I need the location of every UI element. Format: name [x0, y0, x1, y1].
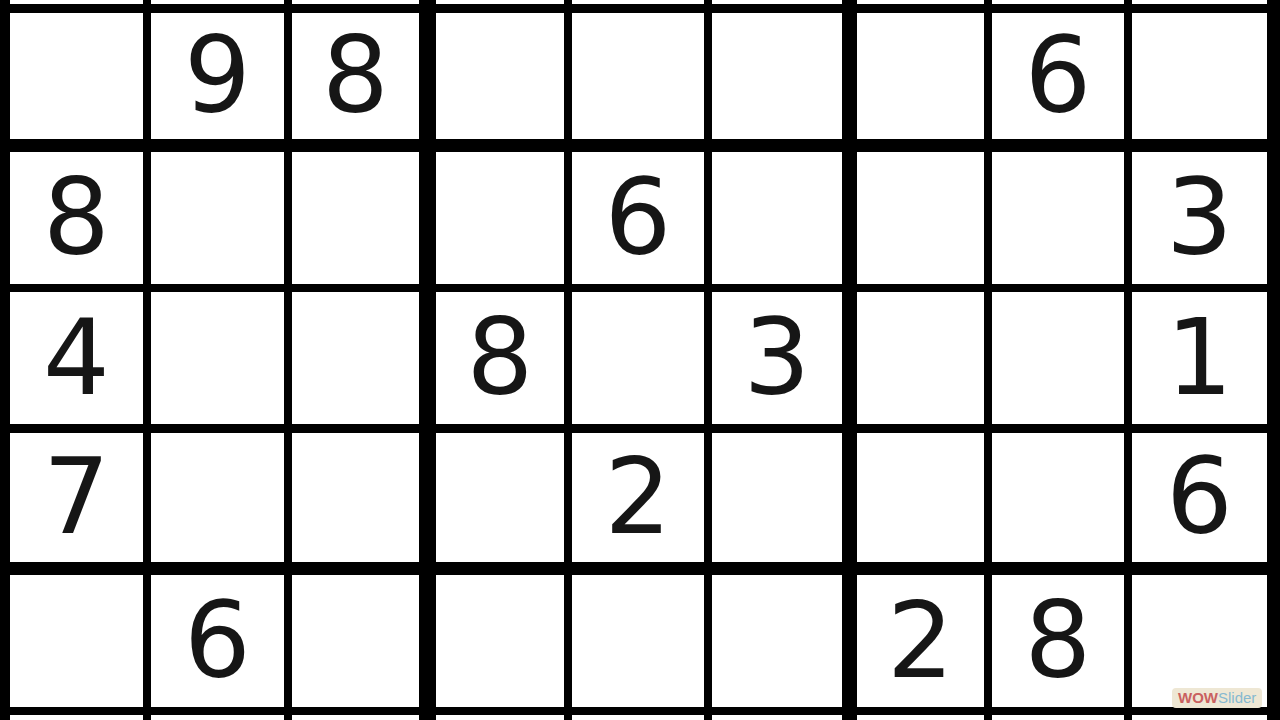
cell-r4c4[interactable]	[436, 433, 564, 562]
cell-r2c6[interactable]	[712, 152, 842, 284]
cell-partial-bottom-c7	[857, 715, 984, 720]
cell-r4c2[interactable]	[151, 433, 284, 562]
cell-r3c9[interactable]: 1	[1132, 292, 1267, 424]
cell-partial-top-c2	[151, 0, 284, 4]
cell-r5c6[interactable]	[712, 575, 842, 707]
cell-partial-bottom-c2	[151, 715, 284, 720]
cell-partial-top-c5	[572, 0, 704, 4]
cell-r4c5[interactable]: 2	[572, 433, 704, 562]
cell-r3c7[interactable]	[857, 292, 984, 424]
cell-r1c9[interactable]	[1132, 13, 1267, 139]
cell-r3c6[interactable]: 3	[712, 292, 842, 424]
cell-partial-bottom-c6	[712, 715, 842, 720]
cell-partial-bottom-c3	[292, 715, 419, 720]
cell-partial-bottom-c9	[1132, 715, 1267, 720]
watermark-wow-text: WOW	[1178, 689, 1218, 706]
cell-r5c2[interactable]: 6	[151, 575, 284, 707]
cell-r3c2[interactable]	[151, 292, 284, 424]
sudoku-board: 9868634831726628 WOWSlider	[0, 0, 1280, 720]
cell-partial-top-c6	[712, 0, 842, 4]
cell-r2c1[interactable]: 8	[10, 152, 143, 284]
cell-partial-top-c1	[10, 0, 143, 4]
cell-r5c7[interactable]: 2	[857, 575, 984, 707]
cell-r3c4[interactable]: 8	[436, 292, 564, 424]
cell-r1c3[interactable]: 8	[292, 13, 419, 139]
cell-partial-top-c8	[992, 0, 1124, 4]
cell-r4c6[interactable]	[712, 433, 842, 562]
cell-r4c8[interactable]	[992, 433, 1124, 562]
cell-partial-top-c7	[857, 0, 984, 4]
cell-r3c8[interactable]	[992, 292, 1124, 424]
cell-partial-top-c4	[436, 0, 564, 4]
cell-r3c5[interactable]	[572, 292, 704, 424]
cell-r2c4[interactable]	[436, 152, 564, 284]
cell-r1c5[interactable]	[572, 13, 704, 139]
cell-r3c3[interactable]	[292, 292, 419, 424]
cell-partial-top-c3	[292, 0, 419, 4]
cell-r5c5[interactable]	[572, 575, 704, 707]
cell-r5c1[interactable]	[10, 575, 143, 707]
cell-r4c9[interactable]: 6	[1132, 433, 1267, 562]
cell-partial-bottom-c8	[992, 715, 1124, 720]
cell-r1c8[interactable]: 6	[992, 13, 1124, 139]
cell-r4c7[interactable]	[857, 433, 984, 562]
watermark-slider-text: Slider	[1218, 689, 1256, 706]
cell-r2c9[interactable]: 3	[1132, 152, 1267, 284]
cell-r1c6[interactable]	[712, 13, 842, 139]
watermark-wowslider[interactable]: WOWSlider	[1172, 688, 1262, 708]
cell-r2c7[interactable]	[857, 152, 984, 284]
cell-r1c4[interactable]	[436, 13, 564, 139]
cell-r1c1[interactable]	[10, 13, 143, 139]
cell-r2c5[interactable]: 6	[572, 152, 704, 284]
cell-partial-bottom-c5	[572, 715, 704, 720]
cell-partial-bottom-c4	[436, 715, 564, 720]
cell-r4c3[interactable]	[292, 433, 419, 562]
cell-r1c2[interactable]: 9	[151, 13, 284, 139]
cell-r3c1[interactable]: 4	[10, 292, 143, 424]
cell-partial-bottom-c1	[10, 715, 143, 720]
cell-r2c3[interactable]	[292, 152, 419, 284]
cell-r5c4[interactable]	[436, 575, 564, 707]
cell-r5c3[interactable]	[292, 575, 419, 707]
cell-r2c2[interactable]	[151, 152, 284, 284]
cell-r5c8[interactable]: 8	[992, 575, 1124, 707]
cell-r1c7[interactable]	[857, 13, 984, 139]
sudoku-grid: 9868634831726628	[0, 0, 1280, 720]
cell-r4c1[interactable]: 7	[10, 433, 143, 562]
cell-r2c8[interactable]	[992, 152, 1124, 284]
cell-partial-top-c9	[1132, 0, 1267, 4]
